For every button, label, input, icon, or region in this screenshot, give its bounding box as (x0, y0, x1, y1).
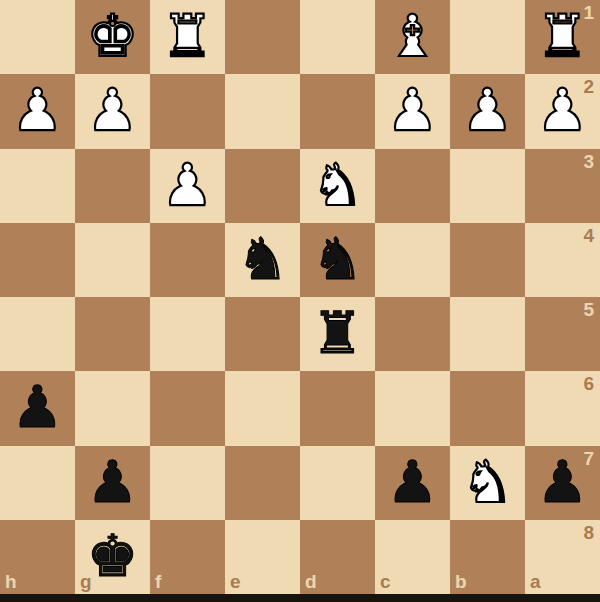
square-h6[interactable]: ♟ (0, 371, 75, 445)
square-a6[interactable]: 6 (525, 371, 600, 445)
white-knight-piece: ♞ (312, 156, 364, 214)
square-h7[interactable] (0, 446, 75, 520)
white-king-piece: ♚ (87, 7, 139, 65)
square-g8[interactable]: ♚g (75, 520, 150, 594)
square-h5[interactable] (0, 297, 75, 371)
square-d6[interactable] (300, 371, 375, 445)
square-c2[interactable]: ♟ (375, 74, 450, 148)
square-g7[interactable]: ♟ (75, 446, 150, 520)
square-d3[interactable]: ♞ (300, 149, 375, 223)
black-king-piece: ♚ (87, 527, 139, 585)
square-f5[interactable] (150, 297, 225, 371)
file-label-c: c (380, 572, 391, 591)
white-pawn-piece: ♟ (387, 81, 439, 139)
square-e8[interactable]: e (225, 520, 300, 594)
rank-label-1: 1 (583, 3, 594, 22)
square-c3[interactable] (375, 149, 450, 223)
rank-label-3: 3 (583, 152, 594, 171)
square-c7[interactable]: ♟ (375, 446, 450, 520)
square-f1[interactable]: ♜ (150, 0, 225, 74)
square-h1[interactable] (0, 0, 75, 74)
white-pawn-piece: ♟ (87, 81, 139, 139)
rank-label-2: 2 (583, 77, 594, 96)
square-c5[interactable] (375, 297, 450, 371)
square-a3[interactable]: 3 (525, 149, 600, 223)
square-h8[interactable]: h (0, 520, 75, 594)
black-knight-piece: ♞ (312, 230, 364, 288)
square-g2[interactable]: ♟ (75, 74, 150, 148)
square-e5[interactable] (225, 297, 300, 371)
square-a5[interactable]: 5 (525, 297, 600, 371)
square-e2[interactable] (225, 74, 300, 148)
square-f4[interactable] (150, 223, 225, 297)
square-d4[interactable]: ♞ (300, 223, 375, 297)
white-knight-piece: ♞ (462, 453, 514, 511)
square-f3[interactable]: ♟ (150, 149, 225, 223)
white-pawn-piece: ♟ (537, 81, 589, 139)
square-b6[interactable] (450, 371, 525, 445)
square-d1[interactable] (300, 0, 375, 74)
black-knight-piece: ♞ (237, 230, 289, 288)
white-pawn-piece: ♟ (12, 81, 64, 139)
square-a4[interactable]: 4 (525, 223, 600, 297)
square-a7[interactable]: ♟7 (525, 446, 600, 520)
rank-label-5: 5 (583, 300, 594, 319)
chess-board: ♚♜♝♜1♟♟♟♟♟2♟♞3♞♞4♜5♟6♟♟♞♟7h♚gfedcb8a (0, 0, 600, 594)
black-rook-piece: ♜ (312, 304, 364, 362)
chess-app-frame: ♚♜♝♜1♟♟♟♟♟2♟♞3♞♞4♜5♟6♟♟♞♟7h♚gfedcb8a (0, 0, 600, 602)
square-b5[interactable] (450, 297, 525, 371)
square-c1[interactable]: ♝ (375, 0, 450, 74)
square-b1[interactable] (450, 0, 525, 74)
black-pawn-piece: ♟ (12, 378, 64, 436)
file-label-a: a (530, 572, 541, 591)
square-e1[interactable] (225, 0, 300, 74)
square-d7[interactable] (300, 446, 375, 520)
file-label-b: b (455, 572, 467, 591)
square-d5[interactable]: ♜ (300, 297, 375, 371)
file-label-e: e (230, 572, 241, 591)
white-rook-piece: ♜ (162, 7, 214, 65)
rank-label-7: 7 (583, 449, 594, 468)
square-e7[interactable] (225, 446, 300, 520)
square-f7[interactable] (150, 446, 225, 520)
square-a8[interactable]: 8a (525, 520, 600, 594)
square-f6[interactable] (150, 371, 225, 445)
square-b8[interactable]: b (450, 520, 525, 594)
square-a2[interactable]: ♟2 (525, 74, 600, 148)
square-e4[interactable]: ♞ (225, 223, 300, 297)
square-g1[interactable]: ♚ (75, 0, 150, 74)
bottom-bar (0, 594, 600, 602)
square-e6[interactable] (225, 371, 300, 445)
file-label-g: g (80, 572, 92, 591)
square-a1[interactable]: ♜1 (525, 0, 600, 74)
square-h4[interactable] (0, 223, 75, 297)
white-pawn-piece: ♟ (162, 156, 214, 214)
rank-label-6: 6 (583, 374, 594, 393)
white-rook-piece: ♜ (537, 7, 589, 65)
square-g4[interactable] (75, 223, 150, 297)
black-pawn-piece: ♟ (537, 453, 589, 511)
square-f2[interactable] (150, 74, 225, 148)
rank-label-8: 8 (583, 523, 594, 542)
file-label-f: f (155, 572, 161, 591)
square-b7[interactable]: ♞ (450, 446, 525, 520)
square-g3[interactable] (75, 149, 150, 223)
square-d2[interactable] (300, 74, 375, 148)
black-pawn-piece: ♟ (87, 453, 139, 511)
square-g5[interactable] (75, 297, 150, 371)
rank-label-4: 4 (583, 226, 594, 245)
square-h2[interactable]: ♟ (0, 74, 75, 148)
white-bishop-piece: ♝ (387, 7, 439, 65)
square-c6[interactable] (375, 371, 450, 445)
square-b3[interactable] (450, 149, 525, 223)
square-e3[interactable] (225, 149, 300, 223)
square-f8[interactable]: f (150, 520, 225, 594)
square-b2[interactable]: ♟ (450, 74, 525, 148)
square-c4[interactable] (375, 223, 450, 297)
file-label-h: h (5, 572, 17, 591)
square-c8[interactable]: c (375, 520, 450, 594)
square-b4[interactable] (450, 223, 525, 297)
black-pawn-piece: ♟ (387, 453, 439, 511)
file-label-d: d (305, 572, 317, 591)
square-h3[interactable] (0, 149, 75, 223)
square-d8[interactable]: d (300, 520, 375, 594)
white-pawn-piece: ♟ (462, 81, 514, 139)
square-g6[interactable] (75, 371, 150, 445)
